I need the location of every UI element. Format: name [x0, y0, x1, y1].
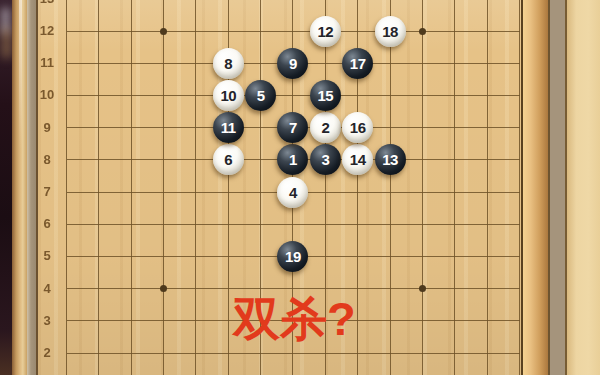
grid-line-vertical — [195, 0, 196, 375]
grid-line-vertical — [454, 0, 455, 375]
gomoku-app-screenshot: 1312111098765432123456789101112131415161… — [0, 0, 600, 375]
stone-white: 12 — [310, 16, 341, 47]
stone-black: 3 — [310, 144, 341, 175]
stone-black: 17 — [342, 48, 373, 79]
grid-line-horizontal — [67, 95, 521, 96]
stone-white: 8 — [213, 48, 244, 79]
row-label: 9 — [36, 119, 58, 137]
stone-number: 17 — [350, 55, 366, 72]
stone-number: 4 — [289, 184, 297, 201]
star-point — [419, 285, 426, 292]
stone-black: 11 — [213, 112, 244, 143]
stone-black: 1 — [277, 144, 308, 175]
stone-number: 9 — [289, 55, 297, 72]
grid-line-vertical — [131, 0, 132, 375]
grid-line-vertical — [487, 0, 488, 375]
row-label: 12 — [36, 22, 58, 40]
stone-number: 7 — [289, 119, 297, 136]
stone-black: 15 — [310, 80, 341, 111]
grid-line-vertical — [519, 0, 520, 375]
stone-black: 5 — [245, 80, 276, 111]
grid-line-horizontal — [67, 31, 521, 32]
row-label: 2 — [36, 344, 58, 362]
grid-line-vertical — [390, 0, 391, 375]
grid-line-horizontal — [67, 288, 521, 289]
row-label: 10 — [36, 86, 58, 104]
row-label: 3 — [36, 312, 58, 330]
stone-white: 16 — [342, 112, 373, 143]
row-label: 8 — [36, 151, 58, 169]
stone-black: 7 — [277, 112, 308, 143]
board-frame-right-rail — [521, 0, 548, 375]
stone-black: 9 — [277, 48, 308, 79]
stone-number: 14 — [350, 151, 366, 168]
stone-number: 3 — [321, 151, 329, 168]
stone-number: 6 — [224, 151, 232, 168]
stone-white: 10 — [213, 80, 244, 111]
grid-line-vertical — [98, 0, 99, 375]
row-label: 13 — [36, 0, 58, 8]
grid-line-vertical — [163, 0, 164, 375]
stone-number: 15 — [317, 87, 333, 104]
stone-number: 1 — [289, 151, 297, 168]
grid-line-horizontal — [67, 224, 521, 225]
stone-number: 19 — [285, 248, 301, 265]
stone-white: 4 — [277, 177, 308, 208]
board-frame-right-shadow — [548, 0, 567, 375]
star-point — [419, 28, 426, 35]
grid-line-vertical — [66, 0, 67, 375]
grid-line-vertical — [422, 0, 423, 375]
row-label: 11 — [36, 54, 58, 72]
grid-line-horizontal — [67, 353, 521, 354]
stone-number: 8 — [224, 55, 232, 72]
annotation-text: 双杀? — [233, 291, 383, 349]
stone-white: 18 — [375, 16, 406, 47]
stone-number: 16 — [350, 119, 366, 136]
stone-black: 19 — [277, 241, 308, 272]
stone-white: 2 — [310, 112, 341, 143]
row-label: 4 — [36, 280, 58, 298]
stone-number: 2 — [321, 119, 329, 136]
stone-number: 11 — [221, 119, 236, 136]
stone-white: 14 — [342, 144, 373, 175]
stone-white: 6 — [213, 144, 244, 175]
stone-number: 18 — [382, 23, 398, 40]
stone-black: 13 — [375, 144, 406, 175]
row-label: 6 — [36, 215, 58, 233]
star-point — [160, 28, 167, 35]
background-right-strip — [567, 0, 600, 375]
star-point — [160, 285, 167, 292]
stone-number: 10 — [220, 87, 236, 104]
stone-number: 12 — [317, 23, 333, 40]
stone-number: 13 — [382, 151, 398, 168]
row-label: 7 — [36, 183, 58, 201]
row-label: 5 — [36, 247, 58, 265]
stone-number: 5 — [257, 87, 265, 104]
